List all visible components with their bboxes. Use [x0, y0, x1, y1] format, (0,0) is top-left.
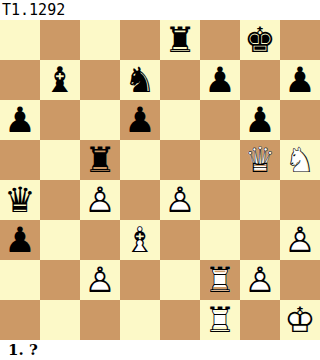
square-b3[interactable]: [40, 220, 80, 260]
square-a4[interactable]: ♛: [0, 180, 40, 220]
square-c7[interactable]: [80, 60, 120, 100]
square-g1[interactable]: [240, 300, 280, 340]
square-e1[interactable]: [160, 300, 200, 340]
piece-glyph: ♝: [40, 60, 80, 100]
status-bar: 1. ?: [0, 340, 320, 360]
square-e4[interactable]: ♟♙: [160, 180, 200, 220]
piece-outline: ♙: [80, 180, 120, 220]
square-e2[interactable]: [160, 260, 200, 300]
piece-glyph: ♟: [0, 100, 40, 140]
move-prompt: 1. ?: [8, 341, 38, 359]
square-e3[interactable]: [160, 220, 200, 260]
piece-outline: ♖: [200, 300, 240, 340]
white-pawn[interactable]: ♟♙: [160, 180, 200, 220]
square-e5[interactable]: [160, 140, 200, 180]
piece-glyph: ♚: [240, 20, 280, 60]
square-c3[interactable]: [80, 220, 120, 260]
square-h4[interactable]: [280, 180, 320, 220]
square-b4[interactable]: [40, 180, 80, 220]
square-c4[interactable]: ♟♙: [80, 180, 120, 220]
piece-outline: ♙: [160, 180, 200, 220]
square-b7[interactable]: ♝: [40, 60, 80, 100]
square-d6[interactable]: ♟: [120, 100, 160, 140]
piece-glyph: ♟: [280, 60, 320, 100]
square-g4[interactable]: [240, 180, 280, 220]
white-queen[interactable]: ♛♕: [240, 140, 280, 180]
square-g5[interactable]: ♛♕: [240, 140, 280, 180]
square-c6[interactable]: [80, 100, 120, 140]
white-rook[interactable]: ♜♖: [200, 300, 240, 340]
white-rook[interactable]: ♜♖: [200, 260, 240, 300]
square-b1[interactable]: [40, 300, 80, 340]
square-d2[interactable]: [120, 260, 160, 300]
square-h2[interactable]: [280, 260, 320, 300]
square-b2[interactable]: [40, 260, 80, 300]
piece-glyph: ♞: [120, 60, 160, 100]
white-pawn[interactable]: ♟♙: [240, 260, 280, 300]
square-d3[interactable]: ♝♗: [120, 220, 160, 260]
piece-glyph: ♜: [80, 140, 120, 180]
square-g8[interactable]: ♚: [240, 20, 280, 60]
square-f6[interactable]: [200, 100, 240, 140]
square-g6[interactable]: ♟: [240, 100, 280, 140]
black-pawn[interactable]: ♟: [0, 220, 40, 260]
piece-outline: ♖: [200, 260, 240, 300]
black-rook[interactable]: ♜: [160, 20, 200, 60]
square-h1[interactable]: ♚♔: [280, 300, 320, 340]
black-knight[interactable]: ♞: [120, 60, 160, 100]
piece-outline: ♙: [240, 260, 280, 300]
square-e6[interactable]: [160, 100, 200, 140]
square-h8[interactable]: [280, 20, 320, 60]
square-h7[interactable]: ♟: [280, 60, 320, 100]
black-pawn[interactable]: ♟: [280, 60, 320, 100]
piece-glyph: ♟: [240, 100, 280, 140]
square-g2[interactable]: ♟♙: [240, 260, 280, 300]
square-a2[interactable]: [0, 260, 40, 300]
square-c5[interactable]: ♜: [80, 140, 120, 180]
square-c1[interactable]: [80, 300, 120, 340]
title-bar: T1.1292: [0, 0, 320, 20]
piece-glyph: ♟: [200, 60, 240, 100]
square-e8[interactable]: ♜: [160, 20, 200, 60]
piece-outline: ♗: [120, 220, 160, 260]
black-pawn[interactable]: ♟: [200, 60, 240, 100]
square-a7[interactable]: [0, 60, 40, 100]
square-h6[interactable]: [280, 100, 320, 140]
square-f2[interactable]: ♜♖: [200, 260, 240, 300]
black-king[interactable]: ♚: [240, 20, 280, 60]
square-f3[interactable]: [200, 220, 240, 260]
square-a3[interactable]: ♟: [0, 220, 40, 260]
white-pawn[interactable]: ♟♙: [80, 180, 120, 220]
square-d5[interactable]: [120, 140, 160, 180]
square-c2[interactable]: ♟♙: [80, 260, 120, 300]
black-bishop[interactable]: ♝: [40, 60, 80, 100]
puzzle-id: T1.1292: [2, 1, 65, 19]
black-rook[interactable]: ♜: [80, 140, 120, 180]
square-h5[interactable]: ♞♘: [280, 140, 320, 180]
square-g3[interactable]: [240, 220, 280, 260]
square-d1[interactable]: [120, 300, 160, 340]
square-h3[interactable]: ♟♙: [280, 220, 320, 260]
square-a8[interactable]: [0, 20, 40, 60]
piece-outline: ♙: [80, 260, 120, 300]
white-knight[interactable]: ♞♘: [280, 140, 320, 180]
square-d8[interactable]: [120, 20, 160, 60]
white-pawn[interactable]: ♟♙: [80, 260, 120, 300]
square-f4[interactable]: [200, 180, 240, 220]
piece-glyph: ♟: [0, 220, 40, 260]
chess-board: ♜♚♝♞♟♟♟♟♟♜♛♕♞♘♛♟♙♟♙♟♝♗♟♙♟♙♜♖♟♙♜♖♚♔: [0, 20, 320, 340]
square-e7[interactable]: [160, 60, 200, 100]
square-f7[interactable]: ♟: [200, 60, 240, 100]
piece-outline: ♕: [240, 140, 280, 180]
black-queen[interactable]: ♛: [0, 180, 40, 220]
square-b8[interactable]: [40, 20, 80, 60]
square-b5[interactable]: [40, 140, 80, 180]
square-c8[interactable]: [80, 20, 120, 60]
square-d7[interactable]: ♞: [120, 60, 160, 100]
piece-glyph: ♛: [0, 180, 40, 220]
square-b6[interactable]: [40, 100, 80, 140]
white-pawn[interactable]: ♟♙: [280, 220, 320, 260]
white-king[interactable]: ♚♔: [280, 300, 320, 340]
square-f1[interactable]: ♜♖: [200, 300, 240, 340]
piece-outline: ♙: [280, 220, 320, 260]
square-a5[interactable]: [0, 140, 40, 180]
square-f5[interactable]: [200, 140, 240, 180]
black-pawn[interactable]: ♟: [0, 100, 40, 140]
square-f8[interactable]: [200, 20, 240, 60]
black-pawn[interactable]: ♟: [120, 100, 160, 140]
white-bishop[interactable]: ♝♗: [120, 220, 160, 260]
black-pawn[interactable]: ♟: [240, 100, 280, 140]
square-a6[interactable]: ♟: [0, 100, 40, 140]
square-g7[interactable]: [240, 60, 280, 100]
piece-outline: ♘: [280, 140, 320, 180]
piece-glyph: ♟: [120, 100, 160, 140]
piece-glyph: ♜: [160, 20, 200, 60]
piece-outline: ♔: [280, 300, 320, 340]
square-a1[interactable]: [0, 300, 40, 340]
square-d4[interactable]: [120, 180, 160, 220]
